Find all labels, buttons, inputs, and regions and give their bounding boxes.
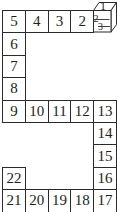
path-cell-4: 4 [25,10,49,33]
path-cell-21: 21 [2,189,26,212]
path-cell-22: 22 [2,167,26,190]
path-cell-14: 14 [93,122,117,145]
path-cell-12: 12 [70,100,94,123]
die-front-mark-3: 3 [98,21,103,32]
path-cell-3: 3 [48,10,72,33]
path-cell-17: 17 [93,189,117,212]
path-cell-20: 20 [25,189,49,212]
path-cell-6: 6 [2,32,26,55]
path-cell-9: 9 [2,100,26,123]
puzzle-screenshot: 5 4 3 2 6 7 8 9 10 11 12 13 14 15 22 16 … [0,0,117,212]
die-cube: 1 2 3 [85,0,117,34]
path-cell-15: 15 [93,144,117,167]
path-cell-10: 10 [25,100,49,123]
path-cell-8: 8 [2,77,26,100]
path-cell-11: 11 [48,100,72,123]
path-cell-5: 5 [2,10,26,33]
path-cell-7: 7 [2,55,26,78]
path-cell-13: 13 [93,100,117,123]
die-top-number: 1 [100,0,106,13]
puzzle-board: 5 4 3 2 6 7 8 9 10 11 12 13 14 15 22 16 … [2,10,116,212]
path-cell-19: 19 [48,189,72,212]
path-cell-18: 18 [70,189,94,212]
path-cell-16: 16 [93,167,117,190]
